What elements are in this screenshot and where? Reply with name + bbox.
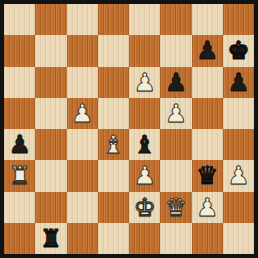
square-g3[interactable]: ♛ (192, 160, 223, 191)
square-a2[interactable] (4, 192, 35, 223)
square-h3[interactable]: ♟ (223, 160, 254, 191)
square-a5[interactable] (4, 98, 35, 129)
square-g6[interactable] (192, 67, 223, 98)
square-c2[interactable] (67, 192, 98, 223)
square-d5[interactable] (98, 98, 129, 129)
square-f4[interactable] (160, 129, 191, 160)
square-g8[interactable] (192, 4, 223, 35)
square-e2[interactable]: ♚ (129, 192, 160, 223)
square-a4[interactable]: ♟ (4, 129, 35, 160)
square-d7[interactable] (98, 35, 129, 66)
square-f7[interactable] (160, 35, 191, 66)
square-b3[interactable] (35, 160, 66, 191)
square-a6[interactable] (4, 67, 35, 98)
chess-board-frame: ♟♚♟♟♟♟♟♟♝♝♜♟♛♟♚♛♟♜ (0, 0, 258, 258)
square-h6[interactable]: ♟ (223, 67, 254, 98)
square-f5[interactable]: ♟ (160, 98, 191, 129)
piece-black-rook[interactable]: ♜ (40, 223, 62, 254)
square-b7[interactable] (35, 35, 66, 66)
square-f1[interactable] (160, 223, 191, 254)
piece-black-pawn[interactable]: ♟ (165, 67, 187, 98)
square-e8[interactable] (129, 4, 160, 35)
piece-white-pawn[interactable]: ♟ (227, 160, 249, 191)
piece-white-pawn[interactable]: ♟ (133, 67, 155, 98)
square-c6[interactable] (67, 67, 98, 98)
square-b2[interactable] (35, 192, 66, 223)
piece-black-pawn[interactable]: ♟ (196, 35, 218, 66)
piece-black-pawn[interactable]: ♟ (8, 129, 30, 160)
square-b5[interactable] (35, 98, 66, 129)
square-e5[interactable] (129, 98, 160, 129)
square-h7[interactable]: ♚ (223, 35, 254, 66)
square-d6[interactable] (98, 67, 129, 98)
piece-white-pawn[interactable]: ♟ (133, 160, 155, 191)
square-g2[interactable]: ♟ (192, 192, 223, 223)
piece-black-queen[interactable]: ♛ (196, 160, 218, 191)
piece-white-queen[interactable]: ♛ (165, 192, 187, 223)
piece-black-pawn[interactable]: ♟ (227, 67, 249, 98)
square-d2[interactable] (98, 192, 129, 223)
square-c7[interactable] (67, 35, 98, 66)
square-d1[interactable] (98, 223, 129, 254)
square-f3[interactable] (160, 160, 191, 191)
square-c4[interactable] (67, 129, 98, 160)
square-a3[interactable]: ♜ (4, 160, 35, 191)
square-c3[interactable] (67, 160, 98, 191)
piece-white-pawn[interactable]: ♟ (165, 98, 187, 129)
piece-white-rook[interactable]: ♜ (8, 160, 30, 191)
square-g5[interactable] (192, 98, 223, 129)
square-e3[interactable]: ♟ (129, 160, 160, 191)
square-e4[interactable]: ♝ (129, 129, 160, 160)
square-h8[interactable] (223, 4, 254, 35)
piece-white-pawn[interactable]: ♟ (71, 98, 93, 129)
square-c5[interactable]: ♟ (67, 98, 98, 129)
piece-black-king[interactable]: ♚ (227, 35, 249, 66)
square-a7[interactable] (4, 35, 35, 66)
square-f6[interactable]: ♟ (160, 67, 191, 98)
piece-white-pawn[interactable]: ♟ (196, 192, 218, 223)
square-b6[interactable] (35, 67, 66, 98)
square-b8[interactable] (35, 4, 66, 35)
square-h4[interactable] (223, 129, 254, 160)
square-f2[interactable]: ♛ (160, 192, 191, 223)
square-d3[interactable] (98, 160, 129, 191)
square-b1[interactable]: ♜ (35, 223, 66, 254)
square-f8[interactable] (160, 4, 191, 35)
square-d4[interactable]: ♝ (98, 129, 129, 160)
square-d8[interactable] (98, 4, 129, 35)
piece-white-king[interactable]: ♚ (133, 192, 155, 223)
square-h1[interactable] (223, 223, 254, 254)
square-b4[interactable] (35, 129, 66, 160)
square-g4[interactable] (192, 129, 223, 160)
square-h5[interactable] (223, 98, 254, 129)
square-c1[interactable] (67, 223, 98, 254)
square-e1[interactable] (129, 223, 160, 254)
square-a1[interactable] (4, 223, 35, 254)
square-c8[interactable] (67, 4, 98, 35)
square-e6[interactable]: ♟ (129, 67, 160, 98)
piece-white-bishop[interactable]: ♝ (102, 129, 124, 160)
chess-board: ♟♚♟♟♟♟♟♟♝♝♜♟♛♟♚♛♟♜ (4, 4, 254, 254)
square-h2[interactable] (223, 192, 254, 223)
square-a8[interactable] (4, 4, 35, 35)
square-e7[interactable] (129, 35, 160, 66)
square-g1[interactable] (192, 223, 223, 254)
square-g7[interactable]: ♟ (192, 35, 223, 66)
piece-black-bishop[interactable]: ♝ (133, 129, 155, 160)
